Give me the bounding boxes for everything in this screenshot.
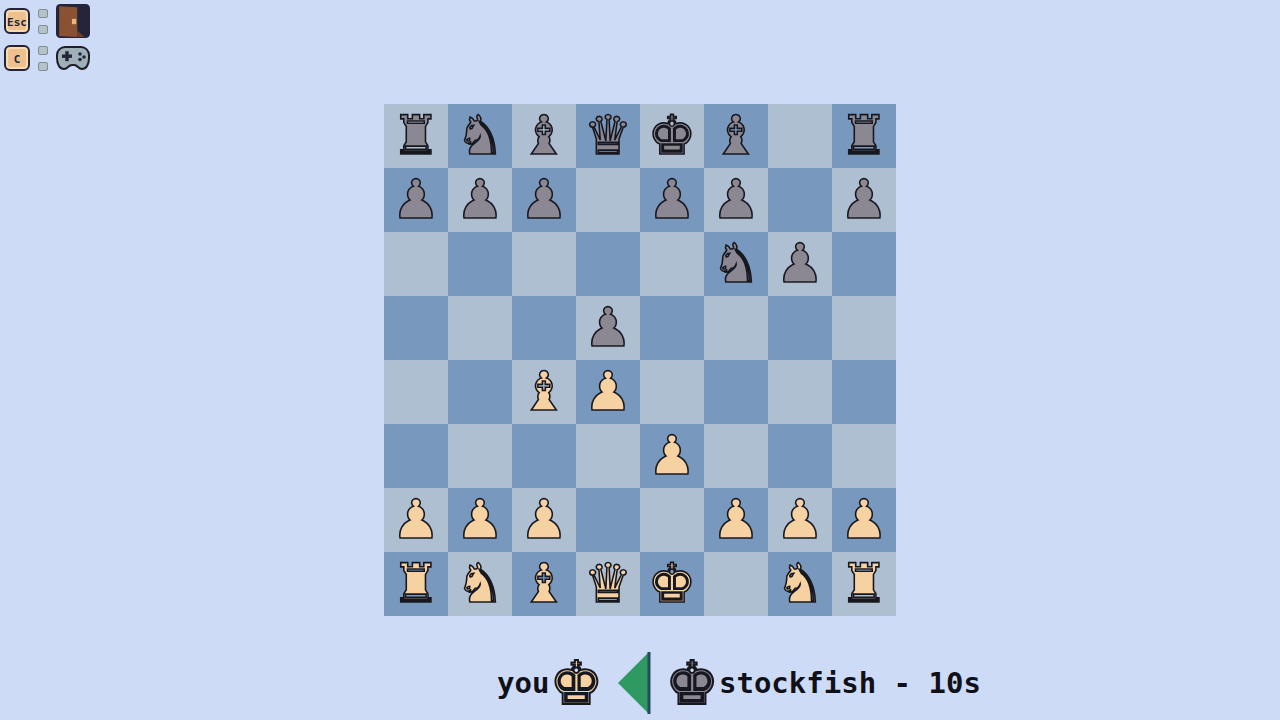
square-f3[interactable]	[704, 424, 768, 488]
piece-black-pawn[interactable]: ♟	[520, 168, 568, 232]
square-d7[interactable]	[576, 168, 640, 232]
square-f7[interactable]: ♟	[704, 168, 768, 232]
square-c2[interactable]: ♟	[512, 488, 576, 552]
colon-separator	[38, 46, 48, 71]
piece-white-knight[interactable]: ♞	[776, 552, 824, 616]
square-d5[interactable]: ♟	[576, 296, 640, 360]
square-g2[interactable]: ♟	[768, 488, 832, 552]
piece-black-pawn[interactable]: ♟	[840, 168, 888, 232]
square-a7[interactable]: ♟	[384, 168, 448, 232]
piece-white-pawn[interactable]: ♟	[776, 488, 824, 552]
square-d8[interactable]: ♛	[576, 104, 640, 168]
square-c6[interactable]	[512, 232, 576, 296]
colon-separator	[38, 9, 48, 34]
c-key-button[interactable]: C	[4, 45, 30, 71]
square-c4[interactable]: ♝	[512, 360, 576, 424]
app-background: { "game": "chess", "position": { "fen": …	[0, 0, 1280, 720]
square-e8[interactable]: ♚	[640, 104, 704, 168]
piece-black-pawn[interactable]: ♟	[712, 168, 760, 232]
square-d3[interactable]	[576, 424, 640, 488]
square-a5[interactable]	[384, 296, 448, 360]
turn-indicator-arrow	[615, 651, 651, 715]
piece-black-pawn[interactable]: ♟	[776, 232, 824, 296]
piece-black-pawn[interactable]: ♟	[648, 168, 696, 232]
square-c1[interactable]: ♝	[512, 552, 576, 616]
piece-white-rook[interactable]: ♜	[392, 552, 440, 616]
chess-board: ♜♞♝♛♚♝♜♟♟♟♟♟♟♞♟♟♝♟♟♟♟♟♟♟♟♜♞♝♛♚♞♜	[384, 104, 896, 616]
square-b6[interactable]	[448, 232, 512, 296]
hotkey-escape: Esc	[4, 3, 91, 39]
square-a4[interactable]	[384, 360, 448, 424]
square-c8[interactable]: ♝	[512, 104, 576, 168]
square-h2[interactable]: ♟	[832, 488, 896, 552]
square-d2[interactable]	[576, 488, 640, 552]
square-g7[interactable]	[768, 168, 832, 232]
square-h3[interactable]	[832, 424, 896, 488]
gamepad-icon	[55, 41, 91, 75]
square-h4[interactable]	[832, 360, 896, 424]
square-c7[interactable]: ♟	[512, 168, 576, 232]
square-b7[interactable]: ♟	[448, 168, 512, 232]
piece-white-queen[interactable]: ♛	[584, 552, 632, 616]
piece-white-pawn[interactable]: ♟	[456, 488, 504, 552]
square-h5[interactable]	[832, 296, 896, 360]
piece-white-pawn[interactable]: ♟	[584, 360, 632, 424]
piece-white-pawn[interactable]: ♟	[520, 488, 568, 552]
piece-white-pawn[interactable]: ♟	[840, 488, 888, 552]
piece-white-rook[interactable]: ♜	[840, 552, 888, 616]
square-f1[interactable]	[704, 552, 768, 616]
piece-white-bishop[interactable]: ♝	[520, 552, 568, 616]
square-h8[interactable]: ♜	[832, 104, 896, 168]
esc-key-button[interactable]: Esc	[4, 8, 30, 34]
square-h6[interactable]	[832, 232, 896, 296]
square-h7[interactable]: ♟	[832, 168, 896, 232]
square-c3[interactable]	[512, 424, 576, 488]
square-c5[interactable]	[512, 296, 576, 360]
piece-white-pawn[interactable]: ♟	[712, 488, 760, 552]
piece-black-rook[interactable]: ♜	[392, 104, 440, 168]
square-f4[interactable]	[704, 360, 768, 424]
square-a1[interactable]: ♜	[384, 552, 448, 616]
square-f8[interactable]: ♝	[704, 104, 768, 168]
square-g4[interactable]	[768, 360, 832, 424]
piece-black-knight[interactable]: ♞	[712, 232, 760, 296]
piece-black-bishop[interactable]: ♝	[520, 104, 568, 168]
piece-white-bishop[interactable]: ♝	[520, 360, 568, 424]
square-f6[interactable]: ♞	[704, 232, 768, 296]
piece-black-pawn[interactable]: ♟	[584, 296, 632, 360]
piece-black-queen[interactable]: ♛	[584, 104, 632, 168]
hotkey-hints: Esc C	[4, 3, 91, 77]
square-b2[interactable]: ♟	[448, 488, 512, 552]
square-e6[interactable]	[640, 232, 704, 296]
square-a8[interactable]: ♜	[384, 104, 448, 168]
square-b3[interactable]	[448, 424, 512, 488]
square-h1[interactable]: ♜	[832, 552, 896, 616]
black-king-icon: ♚	[665, 650, 719, 716]
square-a6[interactable]	[384, 232, 448, 296]
opponent-label: stockfish - 10s	[719, 666, 981, 700]
square-g3[interactable]	[768, 424, 832, 488]
white-king-icon: ♚	[549, 650, 603, 716]
piece-white-king[interactable]: ♚	[648, 552, 696, 616]
square-b1[interactable]: ♞	[448, 552, 512, 616]
door-icon	[55, 4, 91, 38]
square-e7[interactable]: ♟	[640, 168, 704, 232]
piece-black-king[interactable]: ♚	[648, 104, 696, 168]
status-bar: you ♚ ♚ stockfish - 10s	[497, 648, 981, 718]
piece-black-bishop[interactable]: ♝	[712, 104, 760, 168]
square-e1[interactable]: ♚	[640, 552, 704, 616]
piece-black-pawn[interactable]: ♟	[392, 168, 440, 232]
player-label: you	[497, 666, 549, 700]
square-e3[interactable]: ♟	[640, 424, 704, 488]
piece-black-knight[interactable]: ♞	[456, 104, 504, 168]
square-b4[interactable]	[448, 360, 512, 424]
square-g6[interactable]: ♟	[768, 232, 832, 296]
square-b8[interactable]: ♞	[448, 104, 512, 168]
square-f2[interactable]: ♟	[704, 488, 768, 552]
piece-black-pawn[interactable]: ♟	[456, 168, 504, 232]
piece-white-pawn[interactable]: ♟	[392, 488, 440, 552]
piece-black-rook[interactable]: ♜	[840, 104, 888, 168]
piece-white-pawn[interactable]: ♟	[648, 424, 696, 488]
square-b5[interactable]	[448, 296, 512, 360]
square-a3[interactable]	[384, 424, 448, 488]
square-d6[interactable]	[576, 232, 640, 296]
square-a2[interactable]: ♟	[384, 488, 448, 552]
square-g8[interactable]	[768, 104, 832, 168]
hotkey-controls: C	[4, 40, 91, 76]
square-f5[interactable]	[704, 296, 768, 360]
square-e4[interactable]	[640, 360, 704, 424]
square-d4[interactable]: ♟	[576, 360, 640, 424]
square-d1[interactable]: ♛	[576, 552, 640, 616]
square-e2[interactable]	[640, 488, 704, 552]
square-g1[interactable]: ♞	[768, 552, 832, 616]
square-g5[interactable]	[768, 296, 832, 360]
piece-white-knight[interactable]: ♞	[456, 552, 504, 616]
square-e5[interactable]	[640, 296, 704, 360]
